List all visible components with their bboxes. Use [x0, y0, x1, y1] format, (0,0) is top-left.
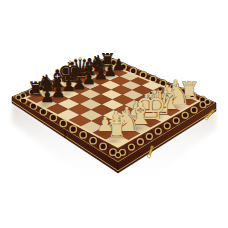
brass-medallion-icon	[70, 126, 76, 132]
brass-medallion-icon	[205, 99, 210, 104]
brass-medallion-icon	[90, 137, 96, 143]
product-photo[interactable]: ♜♟♟♜♞♟♟♞♝♟♟♝♛♟♟♛♚♟♟♚♝♟♟♝♞♟♟♞♜♟♟♜	[0, 0, 228, 228]
brass-medallion-icon	[100, 143, 106, 149]
brass-medallion-icon	[50, 114, 56, 120]
brass-medallion-icon	[115, 152, 120, 157]
brass-medallion-icon	[128, 144, 134, 150]
brass-medallion-icon	[182, 112, 188, 118]
brass-medallion-icon	[191, 107, 197, 113]
brass-medallion-icon	[155, 128, 161, 134]
brass-medallion-icon	[164, 123, 170, 129]
brass-medallion-icon	[137, 139, 143, 145]
brass-medallion-icon	[16, 95, 21, 100]
brass-medallion-icon	[173, 118, 179, 124]
brass-medallion-icon	[80, 132, 86, 138]
brass-medallion-icon	[146, 133, 152, 139]
chess-board	[0, 0, 228, 228]
brass-medallion-icon	[60, 120, 66, 126]
